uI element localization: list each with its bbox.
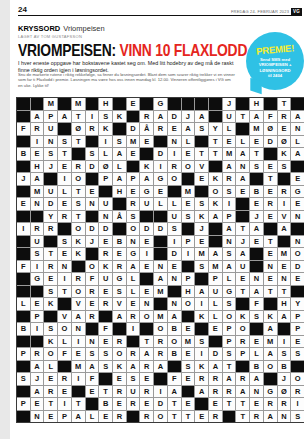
grid-cell[interactable]: E	[264, 211, 277, 223]
grid-cell[interactable]: R	[278, 186, 291, 198]
grid-cell[interactable]: I	[182, 248, 195, 260]
grid-cell[interactable]: F	[17, 123, 30, 135]
grid-cell[interactable]: I	[86, 111, 99, 123]
grid-cell[interactable]: T	[58, 286, 71, 298]
grid-cell[interactable]: R	[168, 161, 181, 173]
grid-cell[interactable]: E	[58, 161, 71, 173]
grid-cell[interactable]: U	[44, 123, 57, 135]
grid-cell[interactable]: E	[182, 148, 195, 160]
grid-cell[interactable]: S	[113, 286, 126, 298]
grid-cell[interactable]: T	[58, 148, 71, 160]
grid-cell[interactable]: O	[236, 323, 249, 335]
grid-cell[interactable]: R	[31, 223, 44, 235]
grid-cell[interactable]: P	[236, 348, 249, 360]
grid-cell[interactable]: L	[58, 186, 71, 198]
grid-cell[interactable]: I	[72, 373, 85, 385]
grid-cell[interactable]: K	[72, 236, 85, 248]
grid-cell[interactable]: L	[209, 311, 222, 323]
grid-cell[interactable]: E	[182, 398, 195, 410]
grid-cell[interactable]: G	[140, 186, 153, 198]
grid-cell[interactable]: E	[58, 198, 71, 210]
grid-cell[interactable]: T	[72, 136, 85, 148]
grid-cell[interactable]: D	[140, 223, 153, 235]
grid-cell[interactable]: I	[72, 336, 85, 348]
grid-cell[interactable]: R	[58, 373, 71, 385]
grid-cell[interactable]: N	[154, 261, 167, 273]
grid-cell[interactable]: U	[223, 111, 236, 123]
grid-cell[interactable]: K	[113, 361, 126, 373]
grid-cell[interactable]: E	[264, 186, 277, 198]
grid-cell[interactable]: S	[195, 261, 208, 273]
grid-cell[interactable]: R	[154, 348, 167, 360]
grid-cell[interactable]: P	[223, 211, 236, 223]
grid-cell[interactable]: I	[168, 148, 181, 160]
grid-cell[interactable]: A	[58, 111, 71, 123]
grid-cell[interactable]: E	[140, 398, 153, 410]
grid-cell[interactable]: A	[236, 386, 249, 398]
grid-cell[interactable]: R	[264, 398, 277, 410]
grid-cell[interactable]: R	[195, 373, 208, 385]
grid-cell[interactable]: R	[86, 123, 99, 135]
grid-cell[interactable]: N	[168, 136, 181, 148]
grid-cell[interactable]: I	[58, 273, 71, 285]
grid-cell[interactable]: E	[113, 248, 126, 260]
grid-cell[interactable]: E	[264, 161, 277, 173]
grid-cell[interactable]: S	[86, 148, 99, 160]
grid-cell[interactable]: A	[168, 311, 181, 323]
grid-cell[interactable]: S	[127, 211, 140, 223]
grid-cell[interactable]: R	[278, 398, 291, 410]
grid-cell[interactable]: O	[168, 336, 181, 348]
grid-cell[interactable]: J	[31, 373, 44, 385]
grid-cell[interactable]: E	[31, 398, 44, 410]
grid-cell[interactable]: O	[154, 323, 167, 335]
grid-cell[interactable]: U	[140, 198, 153, 210]
grid-cell[interactable]: U	[99, 273, 112, 285]
grid-cell[interactable]: Ø	[99, 161, 112, 173]
grid-cell[interactable]: R	[86, 311, 99, 323]
grid-cell[interactable]: E	[140, 136, 153, 148]
grid-cell[interactable]: S	[44, 286, 57, 298]
grid-cell[interactable]: B	[17, 323, 30, 335]
grid-cell[interactable]: E	[86, 386, 99, 398]
grid-cell[interactable]: R	[154, 123, 167, 135]
grid-cell[interactable]: S	[250, 311, 263, 323]
grid-cell[interactable]: A	[127, 261, 140, 273]
grid-cell[interactable]: O	[264, 361, 277, 373]
grid-cell[interactable]: E	[195, 236, 208, 248]
grid-cell[interactable]: A	[278, 223, 291, 235]
grid-cell[interactable]: N	[140, 298, 153, 310]
grid-cell[interactable]: E	[250, 198, 263, 210]
grid-cell[interactable]: P	[182, 236, 195, 248]
grid-cell[interactable]: Ø	[264, 123, 277, 135]
grid-cell[interactable]: E	[140, 373, 153, 385]
grid-cell[interactable]: J	[278, 373, 291, 385]
grid-cell[interactable]: O	[182, 161, 195, 173]
grid-cell[interactable]: K	[195, 311, 208, 323]
grid-cell[interactable]: O	[127, 223, 140, 235]
grid-cell[interactable]: T	[140, 336, 153, 348]
grid-cell[interactable]: E	[264, 248, 277, 260]
grid-cell[interactable]: H	[113, 186, 126, 198]
grid-cell[interactable]: E	[86, 298, 99, 310]
grid-cell[interactable]: I	[31, 136, 44, 148]
grid-cell[interactable]: O	[86, 261, 99, 273]
grid-cell[interactable]: A	[195, 286, 208, 298]
grid-cell[interactable]: A	[182, 123, 195, 135]
grid-cell[interactable]: M	[223, 148, 236, 160]
grid-cell[interactable]: I	[58, 398, 71, 410]
grid-cell[interactable]: O	[291, 373, 304, 385]
grid-cell[interactable]: O	[291, 248, 304, 260]
grid-cell[interactable]: E	[223, 136, 236, 148]
grid-cell[interactable]: K	[209, 173, 222, 185]
grid-cell[interactable]: F	[17, 261, 30, 273]
grid-cell[interactable]: L	[127, 273, 140, 285]
grid-cell[interactable]: A	[250, 373, 263, 385]
grid-cell[interactable]: O	[44, 348, 57, 360]
grid-cell[interactable]: R	[223, 386, 236, 398]
grid-cell[interactable]: R	[44, 386, 57, 398]
grid-cell[interactable]: S	[278, 348, 291, 360]
grid-cell[interactable]: I	[278, 198, 291, 210]
grid-cell[interactable]: E	[31, 148, 44, 160]
grid-cell[interactable]: E	[44, 273, 57, 285]
grid-cell[interactable]: K	[99, 261, 112, 273]
grid-cell[interactable]: E	[113, 373, 126, 385]
grid-cell[interactable]: J	[195, 223, 208, 235]
grid-cell[interactable]: S	[223, 348, 236, 360]
grid-cell[interactable]: R	[99, 248, 112, 260]
grid-cell[interactable]: A	[209, 211, 222, 223]
grid-cell[interactable]: E	[195, 411, 208, 423]
grid-cell[interactable]: N	[31, 198, 44, 210]
grid-cell[interactable]: E	[113, 398, 126, 410]
grid-cell[interactable]: E	[127, 148, 140, 160]
grid-cell[interactable]: P	[209, 273, 222, 285]
grid-cell[interactable]: R	[209, 411, 222, 423]
grid-cell[interactable]: L	[58, 336, 71, 348]
grid-cell[interactable]: R	[264, 198, 277, 210]
grid-cell[interactable]: S	[17, 373, 30, 385]
grid-cell[interactable]: P	[127, 173, 140, 185]
grid-cell[interactable]: K	[264, 311, 277, 323]
grid-cell[interactable]: E	[236, 273, 249, 285]
grid-cell[interactable]: K	[72, 248, 85, 260]
grid-cell[interactable]: N	[127, 236, 140, 248]
grid-cell[interactable]: P	[44, 111, 57, 123]
grid-cell[interactable]: E	[140, 236, 153, 248]
grid-cell[interactable]: M	[154, 286, 167, 298]
grid-cell[interactable]: E	[250, 336, 263, 348]
grid-cell[interactable]: U	[236, 261, 249, 273]
grid-cell[interactable]: A	[113, 311, 126, 323]
grid-cell[interactable]: S	[278, 161, 291, 173]
grid-cell[interactable]: E	[99, 411, 112, 423]
grid-cell[interactable]: T	[209, 148, 222, 160]
grid-cell[interactable]: O	[209, 186, 222, 198]
grid-cell[interactable]: A	[140, 173, 153, 185]
grid-cell[interactable]: R	[44, 223, 57, 235]
grid-cell[interactable]: E	[127, 98, 140, 110]
grid-cell[interactable]: P	[17, 398, 30, 410]
grid-cell[interactable]: R	[236, 336, 249, 348]
grid-cell[interactable]: N	[168, 273, 181, 285]
grid-cell[interactable]: L	[113, 161, 126, 173]
grid-cell[interactable]: V	[113, 298, 126, 310]
grid-cell[interactable]: M	[264, 336, 277, 348]
grid-cell[interactable]: G	[127, 248, 140, 260]
grid-cell[interactable]: Ø	[278, 136, 291, 148]
grid-cell[interactable]: N	[58, 261, 71, 273]
grid-cell[interactable]: B	[17, 148, 30, 160]
grid-cell[interactable]: K	[113, 111, 126, 123]
grid-cell[interactable]: O	[168, 173, 181, 185]
grid-cell[interactable]: A	[154, 111, 167, 123]
grid-cell[interactable]: T	[72, 111, 85, 123]
grid-cell[interactable]: M	[182, 336, 195, 348]
grid-cell[interactable]: S	[195, 336, 208, 348]
grid-cell[interactable]: J	[86, 236, 99, 248]
grid-cell[interactable]: O	[154, 411, 167, 423]
grid-cell[interactable]: G	[113, 273, 126, 285]
grid-cell[interactable]: E	[182, 348, 195, 360]
grid-cell[interactable]: U	[31, 236, 44, 248]
grid-cell[interactable]: E	[58, 386, 71, 398]
grid-cell[interactable]: Ø	[278, 386, 291, 398]
grid-cell[interactable]: E	[182, 373, 195, 385]
grid-cell[interactable]: R	[140, 361, 153, 373]
grid-cell[interactable]: S	[223, 248, 236, 260]
grid-cell[interactable]: L	[236, 136, 249, 148]
grid-cell[interactable]: E	[140, 286, 153, 298]
grid-cell[interactable]: A	[223, 161, 236, 173]
grid-cell[interactable]: E	[44, 373, 57, 385]
grid-cell[interactable]: B	[168, 323, 181, 335]
grid-cell[interactable]: S	[31, 248, 44, 260]
grid-cell[interactable]: E	[86, 186, 99, 198]
grid-cell[interactable]: D	[168, 248, 181, 260]
grid-cell[interactable]: H	[182, 286, 195, 298]
grid-cell[interactable]: A	[209, 361, 222, 373]
grid-cell[interactable]: E	[99, 286, 112, 298]
grid-cell[interactable]: R	[209, 386, 222, 398]
grid-cell[interactable]: B	[250, 361, 263, 373]
grid-cell[interactable]: Y	[291, 298, 304, 310]
grid-cell[interactable]: S	[127, 373, 140, 385]
grid-cell[interactable]: L	[44, 361, 57, 373]
grid-cell[interactable]: T	[264, 173, 277, 185]
grid-cell[interactable]: M	[31, 186, 44, 198]
grid-cell[interactable]: N	[72, 323, 85, 335]
grid-cell[interactable]: S	[182, 211, 195, 223]
grid-cell[interactable]: B	[278, 361, 291, 373]
grid-cell[interactable]: R	[113, 386, 126, 398]
grid-cell[interactable]: E	[250, 236, 263, 248]
grid-cell[interactable]: E	[182, 198, 195, 210]
grid-cell[interactable]: J	[44, 161, 57, 173]
grid-cell[interactable]: I	[140, 248, 153, 260]
grid-cell[interactable]: S	[99, 111, 112, 123]
grid-cell[interactable]: R	[113, 411, 126, 423]
grid-cell[interactable]: S	[113, 136, 126, 148]
grid-cell[interactable]: A	[195, 111, 208, 123]
grid-cell[interactable]: S	[86, 348, 99, 360]
grid-cell[interactable]: R	[58, 211, 71, 223]
grid-cell[interactable]: T	[209, 136, 222, 148]
grid-cell[interactable]: T	[99, 386, 112, 398]
grid-cell[interactable]: B	[113, 236, 126, 248]
grid-cell[interactable]: T	[236, 111, 249, 123]
grid-cell[interactable]: T	[182, 411, 195, 423]
grid-cell[interactable]: T	[264, 286, 277, 298]
grid-cell[interactable]: E	[99, 236, 112, 248]
grid-cell[interactable]: E	[291, 173, 304, 185]
grid-cell[interactable]: P	[17, 348, 30, 360]
grid-cell[interactable]: T	[44, 248, 57, 260]
grid-cell[interactable]: L	[86, 411, 99, 423]
grid-cell[interactable]: S	[58, 136, 71, 148]
grid-cell[interactable]: A	[291, 111, 304, 123]
grid-cell[interactable]: H	[250, 98, 263, 110]
grid-cell[interactable]: E	[31, 298, 44, 310]
grid-cell[interactable]: K	[195, 211, 208, 223]
grid-cell[interactable]: N	[99, 211, 112, 223]
grid-cell[interactable]: T	[223, 398, 236, 410]
grid-cell[interactable]: N	[86, 336, 99, 348]
grid-cell[interactable]: R	[127, 198, 140, 210]
grid-cell[interactable]: N	[250, 386, 263, 398]
grid-cell[interactable]: U	[168, 211, 181, 223]
grid-cell[interactable]: T	[250, 148, 263, 160]
grid-cell[interactable]: E	[250, 398, 263, 410]
grid-cell[interactable]: B	[99, 398, 112, 410]
grid-cell[interactable]: N	[236, 161, 249, 173]
grid-cell[interactable]: R	[223, 173, 236, 185]
grid-cell[interactable]: E	[17, 198, 30, 210]
grid-cell[interactable]: O	[182, 298, 195, 310]
grid-cell[interactable]: U	[127, 386, 140, 398]
grid-cell[interactable]: L	[223, 273, 236, 285]
grid-cell[interactable]: A	[223, 261, 236, 273]
grid-cell[interactable]: T	[264, 236, 277, 248]
grid-cell[interactable]: T	[72, 186, 85, 198]
grid-cell[interactable]: A	[168, 386, 181, 398]
grid-cell[interactable]: I	[154, 161, 167, 173]
grid-cell[interactable]: O	[223, 311, 236, 323]
grid-cell[interactable]: F	[58, 348, 71, 360]
grid-cell[interactable]: E	[291, 336, 304, 348]
grid-cell[interactable]: E	[264, 273, 277, 285]
grid-cell[interactable]: G	[154, 173, 167, 185]
grid-cell[interactable]: D	[127, 123, 140, 135]
grid-cell[interactable]: G	[154, 98, 167, 110]
grid-cell[interactable]: L	[291, 136, 304, 148]
grid-cell[interactable]: D	[86, 161, 99, 173]
grid-cell[interactable]: A	[250, 286, 263, 298]
grid-cell[interactable]: A	[154, 273, 167, 285]
grid-cell[interactable]: L	[127, 286, 140, 298]
grid-cell[interactable]: K	[209, 198, 222, 210]
grid-cell[interactable]: N	[278, 273, 291, 285]
grid-cell[interactable]: M	[154, 311, 167, 323]
grid-cell[interactable]: K	[278, 148, 291, 160]
grid-cell[interactable]: M	[182, 186, 195, 198]
grid-cell[interactable]: E	[140, 261, 153, 273]
grid-cell[interactable]: I	[168, 236, 181, 248]
grid-cell[interactable]: N	[250, 273, 263, 285]
grid-cell[interactable]: E	[154, 186, 167, 198]
grid-cell[interactable]: R	[140, 111, 153, 123]
grid-cell[interactable]: T	[44, 398, 57, 410]
grid-cell[interactable]: E	[127, 186, 140, 198]
grid-cell[interactable]: E	[209, 398, 222, 410]
grid-cell[interactable]: T	[223, 361, 236, 373]
grid-cell[interactable]: R	[99, 298, 112, 310]
grid-cell[interactable]: F	[99, 323, 112, 335]
grid-cell[interactable]: I	[291, 398, 304, 410]
grid-cell[interactable]: Å	[140, 123, 153, 135]
grid-cell[interactable]: S	[291, 411, 304, 423]
grid-cell[interactable]: D	[209, 348, 222, 360]
grid-cell[interactable]: K	[44, 298, 57, 310]
grid-cell[interactable]: A	[250, 111, 263, 123]
grid-cell[interactable]: S	[44, 323, 57, 335]
grid-cell[interactable]: U	[99, 198, 112, 210]
grid-cell[interactable]: P	[223, 323, 236, 335]
grid-cell[interactable]: A	[250, 223, 263, 235]
grid-cell[interactable]: O	[72, 286, 85, 298]
grid-cell[interactable]: A	[31, 111, 44, 123]
grid-cell[interactable]: L	[209, 298, 222, 310]
grid-cell[interactable]: F	[86, 373, 99, 385]
grid-cell[interactable]: K	[140, 161, 153, 173]
grid-cell[interactable]: A	[127, 361, 140, 373]
grid-cell[interactable]: E	[168, 261, 181, 273]
grid-cell[interactable]: N	[291, 123, 304, 135]
grid-cell[interactable]: N	[86, 198, 99, 210]
grid-cell[interactable]: E	[72, 348, 85, 360]
grid-cell[interactable]: F	[264, 111, 277, 123]
grid-cell[interactable]: P	[31, 311, 44, 323]
grid-cell[interactable]: E	[182, 323, 195, 335]
grid-cell[interactable]: I	[154, 386, 167, 398]
grid-cell[interactable]: Ø	[72, 123, 85, 135]
grid-cell[interactable]: E	[278, 123, 291, 135]
grid-cell[interactable]: T	[236, 411, 249, 423]
grid-cell[interactable]: O	[140, 311, 153, 323]
grid-cell[interactable]: M	[250, 123, 263, 135]
grid-cell[interactable]: R	[31, 348, 44, 360]
grid-cell[interactable]: R	[140, 386, 153, 398]
grid-cell[interactable]: J	[223, 98, 236, 110]
grid-cell[interactable]: T	[278, 98, 291, 110]
grid-cell[interactable]: E	[291, 273, 304, 285]
grid-cell[interactable]: R	[86, 286, 99, 298]
grid-cell[interactable]: M	[209, 261, 222, 273]
grid-cell[interactable]: E	[168, 123, 181, 135]
grid-cell[interactable]: E	[44, 411, 57, 423]
grid-cell[interactable]: E	[278, 261, 291, 273]
grid-cell[interactable]: I	[17, 223, 30, 235]
grid-cell[interactable]: L	[182, 136, 195, 148]
grid-cell[interactable]: K	[99, 123, 112, 135]
grid-cell[interactable]: L	[168, 198, 181, 210]
grid-cell[interactable]: D	[44, 198, 57, 210]
grid-cell[interactable]: O	[72, 173, 85, 185]
grid-cell[interactable]: N	[168, 298, 181, 310]
